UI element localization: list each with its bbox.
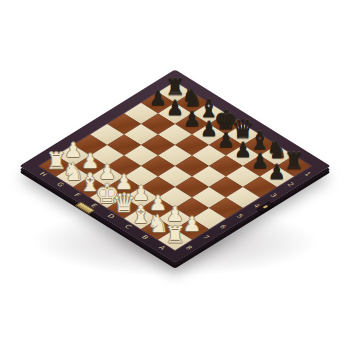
board-rotation: ♜♞♝♚♛♝♞♜♟♟♟♟♟♟♟♟♟♟♟♟♟♟♟♟♜♞♝♚♛♝♞♜ HGFEDCB… xyxy=(97,118,253,214)
photo-scene: ♜♞♝♚♛♝♞♜♟♟♟♟♟♟♟♟♟♟♟♟♟♟♟♟♜♞♝♚♛♝♞♜ HGFEDCB… xyxy=(0,0,350,350)
piece-black-pawn-a2[interactable]: ♟ xyxy=(265,160,289,184)
piece-white-rook-a8[interactable]: ♜ xyxy=(163,223,187,247)
